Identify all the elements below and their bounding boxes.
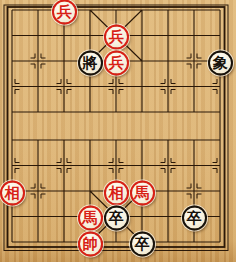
black-soldier-piece[interactable]: 卒 xyxy=(130,231,155,256)
black-soldier-piece[interactable]: 卒 xyxy=(104,206,129,231)
pieces-layer: 兵兵將兵象相相馬馬卒卒帥卒 xyxy=(0,0,233,255)
black-general-piece[interactable]: 將 xyxy=(78,50,103,75)
red-elephant-piece[interactable]: 相 xyxy=(0,180,25,205)
black-elephant-piece[interactable]: 象 xyxy=(208,50,233,75)
red-horse-piece[interactable]: 馬 xyxy=(78,206,103,231)
xiangqi-board: 兵兵將兵象相相馬馬卒卒帥卒 xyxy=(0,0,236,262)
black-soldier-piece[interactable]: 卒 xyxy=(182,206,207,231)
red-soldier-piece[interactable]: 兵 xyxy=(104,50,129,75)
red-horse-piece[interactable]: 馬 xyxy=(130,180,155,205)
red-soldier-piece[interactable]: 兵 xyxy=(52,0,77,24)
red-general-piece[interactable]: 帥 xyxy=(78,231,103,256)
red-soldier-piece[interactable]: 兵 xyxy=(104,25,129,50)
red-elephant-piece[interactable]: 相 xyxy=(104,180,129,205)
